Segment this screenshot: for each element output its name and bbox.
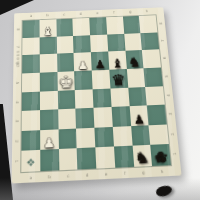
coord-label: a [21,174,40,180]
square-g4[interactable] [128,87,147,107]
square-d1[interactable] [77,148,96,170]
square-c2[interactable] [58,128,77,149]
coord-label: 3 [7,116,27,126]
square-e6[interactable]: ♟ [91,52,109,71]
coord-label: 8 [151,19,170,28]
square-f8[interactable] [106,17,124,35]
square-c6[interactable] [57,53,75,72]
square-b4[interactable] [40,90,58,110]
square-c4[interactable] [57,90,75,110]
square-d7[interactable] [73,35,91,53]
coord-label: 6 [8,60,27,69]
coord-label: 5 [156,72,176,81]
coord-label: d [72,11,89,16]
square-b3[interactable] [40,109,58,129]
board-grid: ♝♟♟♝♞♚♛♟♟❖♞♚ [21,15,171,172]
coord-label: g [122,9,139,14]
square-e4[interactable] [93,88,112,108]
square-g3[interactable]: ♟ [129,106,149,126]
coord-label: b [40,174,59,180]
square-d8[interactable] [73,18,90,36]
square-f4[interactable] [110,87,129,107]
coord-label: e [96,171,115,177]
coord-label: c [56,12,73,17]
square-e3[interactable] [93,107,112,127]
black-knight[interactable]: ♞ [134,149,151,167]
black-pawn[interactable]: ♟ [95,59,106,70]
coord-label: d [78,172,97,178]
coord-label: h [138,8,155,13]
square-e1[interactable] [95,147,115,169]
square-g5[interactable] [126,68,145,87]
square-e7[interactable] [90,34,108,52]
coord-label: h [153,168,172,174]
coord-label: 2 [162,129,183,139]
square-g1[interactable]: ♞ [132,145,152,167]
black-knight[interactable]: ♞ [128,55,141,68]
square-d3[interactable] [76,108,95,128]
black-pawn[interactable]: ♟ [133,113,145,126]
white-pawn[interactable]: ♟ [77,59,88,70]
coord-label: 6 [155,54,175,63]
coord-label: f [115,170,134,176]
square-c3[interactable] [58,109,77,129]
coord-label: 8 [9,25,28,34]
square-d5[interactable] [74,70,92,89]
square-d2[interactable] [76,128,95,149]
white-pawn[interactable]: ♟ [43,136,55,150]
square-d4[interactable] [75,89,94,109]
square-b2[interactable]: ♟ [40,129,59,150]
coord-label: 4 [7,97,27,107]
square-c7[interactable] [56,36,73,54]
square-f6[interactable]: ♝ [108,51,126,70]
square-e2[interactable] [94,127,113,148]
square-h1[interactable]: ♚ [150,144,170,166]
square-e8[interactable] [89,17,107,35]
coord-label: 3 [160,109,181,119]
black-king[interactable]: ♚ [151,148,171,167]
square-e5[interactable] [92,70,110,89]
square-c5[interactable]: ♚ [57,71,75,90]
square-d6[interactable]: ♟ [74,52,92,71]
black-bishop[interactable]: ♝ [111,57,123,69]
coord-label: 7 [153,36,173,45]
square-g2[interactable] [131,125,151,146]
square-g6[interactable]: ♞ [125,50,144,69]
black-queen[interactable]: ♛ [111,72,126,88]
coord-label: b [39,13,56,18]
coord-label: f [105,10,122,15]
white-bishop[interactable]: ♝ [42,24,54,37]
square-g7[interactable] [124,33,142,51]
square-f2[interactable] [113,126,133,147]
coord-label: 2 [7,136,27,146]
square-c8[interactable] [56,19,73,37]
square-f7[interactable] [107,34,125,52]
coordinate-labels-left: 87654321 [12,21,23,173]
coord-label: 7 [9,42,28,51]
coord-label: a [23,13,40,18]
square-f3[interactable] [111,106,130,126]
white-king[interactable]: ♚ [58,74,73,91]
coord-label: g [134,169,153,175]
board-logo-emblem: ❖ [26,155,35,167]
coord-label: 5 [8,78,28,87]
square-b7[interactable] [39,36,56,54]
square-g8[interactable] [122,16,140,34]
square-b6[interactable] [39,54,57,73]
coord-label: 4 [158,90,178,100]
square-f5[interactable]: ♛ [109,69,128,88]
coord-label: 1 [6,156,27,167]
square-c1[interactable] [58,149,77,171]
square-b5[interactable] [40,72,58,91]
chess-board: chess ♝♟♟♝♞♚♛♟♟❖♞♚ abcdefghabcdefgh87654… [12,7,182,183]
square-b1[interactable] [40,149,59,171]
photo-scene: chess ♝♟♟♝♞♚♛♟♟❖♞♚ abcdefghabcdefgh87654… [0,0,200,200]
square-b8[interactable]: ♝ [39,19,56,37]
square-f1[interactable] [114,146,134,168]
coord-label: c [59,173,78,179]
coord-label: e [89,11,106,16]
